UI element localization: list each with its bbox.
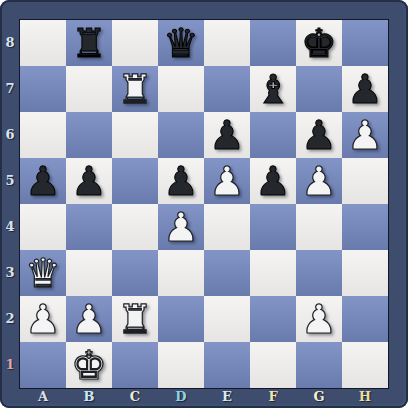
square-b2[interactable]: ♟ <box>66 296 112 342</box>
piece-black-pawn[interactable]: ♟ <box>301 112 337 158</box>
piece-white-queen[interactable]: ♛ <box>25 250 61 296</box>
square-h1[interactable] <box>342 342 388 388</box>
piece-black-queen[interactable]: ♛ <box>163 20 199 66</box>
square-c8[interactable] <box>112 20 158 66</box>
square-b4[interactable] <box>66 204 112 250</box>
square-g3[interactable] <box>296 250 342 296</box>
square-h5[interactable] <box>342 158 388 204</box>
square-b1[interactable]: ♚ <box>66 342 112 388</box>
square-b6[interactable] <box>66 112 112 158</box>
square-d8[interactable]: ♛ <box>158 20 204 66</box>
square-a8[interactable] <box>20 20 66 66</box>
square-f1[interactable] <box>250 342 296 388</box>
chess-board: ♜♛♚♜♝♟♟♟♟♟♟♟♟♟♟♟♛♟♟♜♟♚ <box>19 19 389 389</box>
piece-black-king[interactable]: ♚ <box>301 20 337 66</box>
rank-label-3: 3 <box>2 250 18 296</box>
square-h3[interactable] <box>342 250 388 296</box>
piece-white-rook[interactable]: ♜ <box>117 296 153 342</box>
rank-label-4: 4 <box>2 204 18 250</box>
piece-black-pawn[interactable]: ♟ <box>71 158 107 204</box>
square-c5[interactable] <box>112 158 158 204</box>
piece-black-pawn[interactable]: ♟ <box>25 158 61 204</box>
square-a7[interactable] <box>20 66 66 112</box>
square-e4[interactable] <box>204 204 250 250</box>
square-a3[interactable]: ♛ <box>20 250 66 296</box>
square-c7[interactable]: ♜ <box>112 66 158 112</box>
piece-white-pawn[interactable]: ♟ <box>25 296 61 342</box>
file-label-h: H <box>342 388 388 407</box>
piece-black-pawn[interactable]: ♟ <box>163 158 199 204</box>
square-c1[interactable] <box>112 342 158 388</box>
square-f5[interactable]: ♟ <box>250 158 296 204</box>
piece-black-rook[interactable]: ♜ <box>71 20 107 66</box>
square-a5[interactable]: ♟ <box>20 158 66 204</box>
square-d4[interactable]: ♟ <box>158 204 204 250</box>
square-d1[interactable] <box>158 342 204 388</box>
square-g7[interactable] <box>296 66 342 112</box>
square-f3[interactable] <box>250 250 296 296</box>
square-a2[interactable]: ♟ <box>20 296 66 342</box>
square-h2[interactable] <box>342 296 388 342</box>
piece-white-rook[interactable]: ♜ <box>117 66 153 112</box>
square-c4[interactable] <box>112 204 158 250</box>
square-a4[interactable] <box>20 204 66 250</box>
file-label-f: F <box>250 388 296 407</box>
square-f7[interactable]: ♝ <box>250 66 296 112</box>
square-g1[interactable] <box>296 342 342 388</box>
piece-black-pawn[interactable]: ♟ <box>347 66 383 112</box>
piece-white-pawn[interactable]: ♟ <box>71 296 107 342</box>
piece-white-pawn[interactable]: ♟ <box>209 158 245 204</box>
file-label-e: E <box>204 388 250 407</box>
square-b3[interactable] <box>66 250 112 296</box>
piece-black-pawn[interactable]: ♟ <box>255 158 291 204</box>
square-g6[interactable]: ♟ <box>296 112 342 158</box>
rank-label-5: 5 <box>2 158 18 204</box>
piece-white-pawn[interactable]: ♟ <box>301 296 337 342</box>
square-h4[interactable] <box>342 204 388 250</box>
piece-black-bishop[interactable]: ♝ <box>255 66 291 112</box>
board-frame: ♜♛♚♜♝♟♟♟♟♟♟♟♟♟♟♟♛♟♟♜♟♚ 87654321ABCDEFGH <box>0 0 408 408</box>
rank-label-8: 8 <box>2 20 18 66</box>
file-label-g: G <box>296 388 342 407</box>
square-d5[interactable]: ♟ <box>158 158 204 204</box>
rank-label-6: 6 <box>2 112 18 158</box>
square-d2[interactable] <box>158 296 204 342</box>
square-e6[interactable]: ♟ <box>204 112 250 158</box>
rank-label-2: 2 <box>2 296 18 342</box>
square-e5[interactable]: ♟ <box>204 158 250 204</box>
piece-white-king[interactable]: ♚ <box>71 342 107 388</box>
square-g2[interactable]: ♟ <box>296 296 342 342</box>
square-d7[interactable] <box>158 66 204 112</box>
file-label-d: D <box>158 388 204 407</box>
square-h6[interactable]: ♟ <box>342 112 388 158</box>
rank-label-7: 7 <box>2 66 18 112</box>
file-label-b: B <box>66 388 112 407</box>
square-g8[interactable]: ♚ <box>296 20 342 66</box>
square-f4[interactable] <box>250 204 296 250</box>
square-c3[interactable] <box>112 250 158 296</box>
square-b7[interactable] <box>66 66 112 112</box>
square-e2[interactable] <box>204 296 250 342</box>
piece-white-pawn[interactable]: ♟ <box>163 204 199 250</box>
square-b8[interactable]: ♜ <box>66 20 112 66</box>
square-g4[interactable] <box>296 204 342 250</box>
file-label-c: C <box>112 388 158 407</box>
file-label-a: A <box>20 388 66 407</box>
square-e1[interactable] <box>204 342 250 388</box>
square-h7[interactable]: ♟ <box>342 66 388 112</box>
piece-black-pawn[interactable]: ♟ <box>209 112 245 158</box>
piece-white-pawn[interactable]: ♟ <box>347 112 383 158</box>
rank-label-1: 1 <box>2 342 18 388</box>
square-f2[interactable] <box>250 296 296 342</box>
square-e8[interactable] <box>204 20 250 66</box>
square-g5[interactable]: ♟ <box>296 158 342 204</box>
square-h8[interactable] <box>342 20 388 66</box>
square-f8[interactable] <box>250 20 296 66</box>
piece-white-pawn[interactable]: ♟ <box>301 158 337 204</box>
square-b5[interactable]: ♟ <box>66 158 112 204</box>
square-e3[interactable] <box>204 250 250 296</box>
square-a6[interactable] <box>20 112 66 158</box>
square-c2[interactable]: ♜ <box>112 296 158 342</box>
square-a1[interactable] <box>20 342 66 388</box>
square-d6[interactable] <box>158 112 204 158</box>
square-d3[interactable] <box>158 250 204 296</box>
square-c6[interactable] <box>112 112 158 158</box>
square-e7[interactable] <box>204 66 250 112</box>
square-f6[interactable] <box>250 112 296 158</box>
